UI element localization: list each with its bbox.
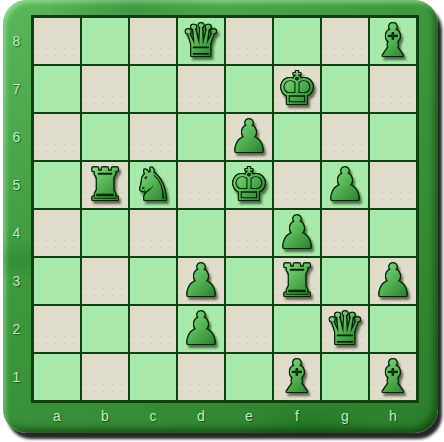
file-label-b: b bbox=[81, 402, 129, 430]
square-e2[interactable] bbox=[225, 305, 273, 353]
square-d3[interactable]: ♟ bbox=[177, 257, 225, 305]
square-e4[interactable] bbox=[225, 209, 273, 257]
square-c7[interactable] bbox=[129, 65, 177, 113]
square-d8[interactable]: ♛ bbox=[177, 17, 225, 65]
square-e6[interactable]: ♟ bbox=[225, 113, 273, 161]
rank-label-7: 7 bbox=[2, 65, 31, 113]
square-f4[interactable]: ♟ bbox=[273, 209, 321, 257]
square-c3[interactable] bbox=[129, 257, 177, 305]
square-e1[interactable] bbox=[225, 353, 273, 401]
square-h5[interactable] bbox=[369, 161, 417, 209]
square-e5[interactable]: ♚ bbox=[225, 161, 273, 209]
rank-label-6: 6 bbox=[2, 113, 31, 161]
piece-black-pawn[interactable]: ♟ bbox=[181, 305, 221, 353]
file-label-h: h bbox=[369, 402, 417, 430]
chess-board[interactable]: ♛♝♚♟♜♞♚♟♟♟♜♟♟♛♝♝ bbox=[31, 15, 419, 403]
square-g5[interactable]: ♟ bbox=[321, 161, 369, 209]
square-a2[interactable] bbox=[33, 305, 81, 353]
file-label-g: g bbox=[321, 402, 369, 430]
square-b6[interactable] bbox=[81, 113, 129, 161]
square-e7[interactable] bbox=[225, 65, 273, 113]
piece-white-king[interactable]: ♚ bbox=[277, 65, 317, 113]
piece-black-bishop[interactable]: ♝ bbox=[373, 353, 413, 401]
square-h3[interactable]: ♟ bbox=[369, 257, 417, 305]
rank-label-8: 8 bbox=[2, 17, 31, 65]
rank-label-2: 2 bbox=[2, 305, 31, 353]
square-b8[interactable] bbox=[81, 17, 129, 65]
piece-white-bishop[interactable]: ♝ bbox=[373, 17, 413, 65]
square-f5[interactable] bbox=[273, 161, 321, 209]
piece-white-pawn[interactable]: ♟ bbox=[229, 113, 269, 161]
rank-label-5: 5 bbox=[2, 161, 31, 209]
piece-white-pawn[interactable]: ♟ bbox=[325, 161, 365, 209]
rank-label-1: 1 bbox=[2, 353, 31, 401]
piece-black-queen[interactable]: ♛ bbox=[325, 305, 365, 353]
square-b7[interactable] bbox=[81, 65, 129, 113]
square-h1[interactable]: ♝ bbox=[369, 353, 417, 401]
piece-white-knight[interactable]: ♞ bbox=[133, 161, 173, 209]
square-h7[interactable] bbox=[369, 65, 417, 113]
rank-label-4: 4 bbox=[2, 209, 31, 257]
square-f6[interactable] bbox=[273, 113, 321, 161]
piece-black-rook[interactable]: ♜ bbox=[277, 257, 317, 305]
square-b2[interactable] bbox=[81, 305, 129, 353]
square-c4[interactable] bbox=[129, 209, 177, 257]
square-g1[interactable] bbox=[321, 353, 369, 401]
piece-black-king[interactable]: ♚ bbox=[229, 161, 269, 209]
square-c1[interactable] bbox=[129, 353, 177, 401]
square-g2[interactable]: ♛ bbox=[321, 305, 369, 353]
file-label-c: c bbox=[129, 402, 177, 430]
square-a7[interactable] bbox=[33, 65, 81, 113]
square-d2[interactable]: ♟ bbox=[177, 305, 225, 353]
file-label-a: a bbox=[33, 402, 81, 430]
rank-label-3: 3 bbox=[2, 257, 31, 305]
square-b4[interactable] bbox=[81, 209, 129, 257]
square-d4[interactable] bbox=[177, 209, 225, 257]
square-c2[interactable] bbox=[129, 305, 177, 353]
square-a6[interactable] bbox=[33, 113, 81, 161]
square-f3[interactable]: ♜ bbox=[273, 257, 321, 305]
square-a1[interactable] bbox=[33, 353, 81, 401]
square-b1[interactable] bbox=[81, 353, 129, 401]
square-a3[interactable] bbox=[33, 257, 81, 305]
square-g4[interactable] bbox=[321, 209, 369, 257]
square-c8[interactable] bbox=[129, 17, 177, 65]
square-g3[interactable] bbox=[321, 257, 369, 305]
square-g7[interactable] bbox=[321, 65, 369, 113]
file-label-d: d bbox=[177, 402, 225, 430]
piece-black-pawn[interactable]: ♟ bbox=[373, 257, 413, 305]
square-b5[interactable]: ♜ bbox=[81, 161, 129, 209]
file-label-e: e bbox=[225, 402, 273, 430]
piece-black-pawn[interactable]: ♟ bbox=[277, 209, 317, 257]
square-h6[interactable] bbox=[369, 113, 417, 161]
square-f1[interactable]: ♝ bbox=[273, 353, 321, 401]
square-h8[interactable]: ♝ bbox=[369, 17, 417, 65]
piece-white-rook[interactable]: ♜ bbox=[85, 161, 125, 209]
square-h4[interactable] bbox=[369, 209, 417, 257]
rank-labels: 87654321 bbox=[2, 17, 31, 401]
piece-black-bishop[interactable]: ♝ bbox=[277, 353, 317, 401]
square-a4[interactable] bbox=[33, 209, 81, 257]
square-h2[interactable] bbox=[369, 305, 417, 353]
piece-black-pawn[interactable]: ♟ bbox=[181, 257, 221, 305]
square-d6[interactable] bbox=[177, 113, 225, 161]
square-c5[interactable]: ♞ bbox=[129, 161, 177, 209]
square-f2[interactable] bbox=[273, 305, 321, 353]
square-f7[interactable]: ♚ bbox=[273, 65, 321, 113]
square-c6[interactable] bbox=[129, 113, 177, 161]
chess-app-window: 87654321 ♛♝♚♟♜♞♚♟♟♟♜♟♟♛♝♝ abcdefgh bbox=[0, 0, 444, 442]
square-d7[interactable] bbox=[177, 65, 225, 113]
square-b3[interactable] bbox=[81, 257, 129, 305]
piece-white-queen[interactable]: ♛ bbox=[181, 17, 221, 65]
square-e8[interactable] bbox=[225, 17, 273, 65]
file-labels: abcdefgh bbox=[33, 402, 417, 430]
file-label-f: f bbox=[273, 402, 321, 430]
square-e3[interactable] bbox=[225, 257, 273, 305]
square-g8[interactable] bbox=[321, 17, 369, 65]
square-f8[interactable] bbox=[273, 17, 321, 65]
square-a8[interactable] bbox=[33, 17, 81, 65]
square-g6[interactable] bbox=[321, 113, 369, 161]
square-d5[interactable] bbox=[177, 161, 225, 209]
square-d1[interactable] bbox=[177, 353, 225, 401]
square-a5[interactable] bbox=[33, 161, 81, 209]
